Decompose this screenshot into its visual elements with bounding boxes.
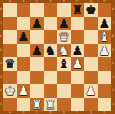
- square-e8[interactable]: [57, 3, 71, 17]
- square-e2[interactable]: [57, 84, 71, 98]
- coord-rank-6-left: 6: [0, 35, 2, 38]
- square-d3[interactable]: [44, 71, 58, 85]
- square-b2[interactable]: ♟: [17, 84, 31, 98]
- coord-file-f-top: f: [77, 0, 78, 3]
- coord-file-g-bottom: g: [90, 111, 92, 114]
- square-d2[interactable]: [44, 84, 58, 98]
- square-h1[interactable]: [98, 98, 112, 112]
- piece-black-pawn-c5[interactable]: ♟: [31, 44, 42, 58]
- coord-rank-4-right: 4: [112, 62, 114, 65]
- square-g4[interactable]: [84, 57, 98, 71]
- coord-file-b-top: b: [23, 0, 25, 3]
- piece-black-pawn-e7[interactable]: ♟: [58, 17, 69, 31]
- piece-black-queen-a4[interactable]: ♛: [4, 57, 15, 71]
- square-b4[interactable]: [17, 57, 31, 71]
- square-c2[interactable]: [30, 84, 44, 98]
- square-a5[interactable]: [3, 44, 17, 58]
- square-h3[interactable]: [98, 71, 112, 85]
- coord-rank-5-left: 5: [0, 49, 2, 52]
- square-g1[interactable]: [84, 98, 98, 112]
- coord-rank-2-left: 2: [0, 89, 2, 92]
- square-d8[interactable]: [44, 3, 58, 17]
- square-b8[interactable]: [17, 3, 31, 17]
- square-d7[interactable]: [44, 17, 58, 31]
- coord-file-e-bottom: e: [63, 111, 65, 114]
- square-f3[interactable]: [71, 71, 85, 85]
- piece-white-pawn-h5[interactable]: ♟: [99, 44, 110, 58]
- coord-rank-7-right: 7: [112, 22, 114, 25]
- square-c7[interactable]: ♟: [30, 17, 44, 31]
- square-e5[interactable]: ♞: [57, 44, 71, 58]
- square-e3[interactable]: [57, 71, 71, 85]
- piece-white-king-a2[interactable]: ♚: [4, 84, 15, 98]
- coord-rank-4-left: 4: [0, 62, 2, 65]
- square-b3[interactable]: [17, 71, 31, 85]
- coord-file-d-top: d: [50, 0, 52, 3]
- square-d5[interactable]: ♞: [44, 44, 58, 58]
- piece-white-pawn-g2[interactable]: ♟: [85, 84, 96, 98]
- coord-rank-3-right: 3: [112, 76, 114, 79]
- piece-white-queen-e6[interactable]: ♛: [58, 30, 69, 44]
- square-a1[interactable]: [3, 98, 17, 112]
- square-b7[interactable]: [17, 17, 31, 31]
- square-a6[interactable]: [3, 30, 17, 44]
- coord-rank-8-left: 8: [0, 8, 2, 11]
- piece-black-rook-f8[interactable]: ♜: [72, 3, 83, 17]
- coord-rank-5-right: 5: [112, 49, 114, 52]
- square-c1[interactable]: ♜: [30, 98, 44, 112]
- square-e6[interactable]: ♛: [57, 30, 71, 44]
- square-g7[interactable]: [84, 17, 98, 31]
- piece-white-bishop-h6[interactable]: ♝: [99, 30, 110, 44]
- coord-rank-1-left: 1: [0, 103, 2, 106]
- square-h5[interactable]: ♟: [98, 44, 112, 58]
- square-h6[interactable]: ♝: [98, 30, 112, 44]
- square-a7[interactable]: [3, 17, 17, 31]
- coord-file-d-bottom: d: [50, 111, 52, 114]
- coord-rank-1-right: 1: [112, 103, 114, 106]
- square-b5[interactable]: [17, 44, 31, 58]
- square-h8[interactable]: [98, 3, 112, 17]
- square-c5[interactable]: ♟: [30, 44, 44, 58]
- piece-black-pawn-f5[interactable]: ♟: [72, 44, 83, 58]
- coord-file-c-top: c: [36, 0, 38, 3]
- square-f2[interactable]: [71, 84, 85, 98]
- piece-black-bishop-e4[interactable]: ♝: [58, 57, 69, 71]
- coord-rank-3-left: 3: [0, 76, 2, 79]
- square-g2[interactable]: ♟: [84, 84, 98, 98]
- coord-rank-2-right: 2: [112, 89, 114, 92]
- coord-file-c-bottom: c: [36, 111, 38, 114]
- piece-black-knight-d5[interactable]: ♞: [45, 44, 56, 58]
- square-d4[interactable]: [44, 57, 58, 71]
- square-a8[interactable]: [3, 3, 17, 17]
- square-f1[interactable]: [71, 98, 85, 112]
- square-d1[interactable]: ♜: [44, 98, 58, 112]
- square-g5[interactable]: [84, 44, 98, 58]
- square-a4[interactable]: ♛: [3, 57, 17, 71]
- square-f7[interactable]: [71, 17, 85, 31]
- piece-black-pawn-h7[interactable]: ♟: [99, 17, 110, 31]
- square-g3[interactable]: [84, 71, 98, 85]
- piece-white-rook-c1[interactable]: ♜: [31, 98, 42, 112]
- square-b6[interactable]: ♟: [17, 30, 31, 44]
- coord-rank-8-right: 8: [112, 8, 114, 11]
- square-a2[interactable]: ♚: [3, 84, 17, 98]
- square-h4[interactable]: [98, 57, 112, 71]
- coord-file-e-top: e: [63, 0, 65, 3]
- square-g6[interactable]: [84, 30, 98, 44]
- square-f8[interactable]: ♜: [71, 3, 85, 17]
- square-f4[interactable]: ♟: [71, 57, 85, 71]
- coord-file-b-bottom: b: [23, 111, 25, 114]
- coord-rank-6-right: 6: [112, 35, 114, 38]
- square-a3[interactable]: [3, 71, 17, 85]
- piece-white-knight-e5[interactable]: ♞: [58, 44, 69, 58]
- square-b1[interactable]: [17, 98, 31, 112]
- chessboard-screenshot: ♜♚♟♟♟♟♛♝♟♞♞♟♟♛♝♟♚♟♟♜♜ aabbccddeeffgghh88…: [0, 0, 115, 114]
- square-h2[interactable]: [98, 84, 112, 98]
- square-e1[interactable]: [57, 98, 71, 112]
- square-h7[interactable]: ♟: [98, 17, 112, 31]
- coord-file-a-bottom: a: [9, 111, 11, 114]
- coord-file-h-top: h: [104, 0, 106, 3]
- square-c8[interactable]: [30, 3, 44, 17]
- square-d6[interactable]: [44, 30, 58, 44]
- piece-black-pawn-b6[interactable]: ♟: [18, 30, 29, 44]
- coord-file-f-bottom: f: [77, 111, 78, 114]
- square-e7[interactable]: ♟: [57, 17, 71, 31]
- coord-file-h-bottom: h: [104, 111, 106, 114]
- square-g8[interactable]: ♚: [84, 3, 98, 17]
- coord-file-g-top: g: [90, 0, 92, 3]
- piece-white-pawn-b2[interactable]: ♟: [18, 84, 29, 98]
- piece-black-pawn-c7[interactable]: ♟: [31, 17, 42, 31]
- square-f6[interactable]: [71, 30, 85, 44]
- square-e4[interactable]: ♝: [57, 57, 71, 71]
- coord-rank-7-left: 7: [0, 22, 2, 25]
- piece-white-pawn-f4[interactable]: ♟: [72, 57, 83, 71]
- square-f5[interactable]: ♟: [71, 44, 85, 58]
- chess-board[interactable]: ♜♚♟♟♟♟♛♝♟♞♞♟♟♛♝♟♚♟♟♜♜: [3, 3, 111, 111]
- square-c6[interactable]: [30, 30, 44, 44]
- square-c3[interactable]: [30, 71, 44, 85]
- square-c4[interactable]: [30, 57, 44, 71]
- piece-white-rook-d1[interactable]: ♜: [45, 98, 56, 112]
- coord-file-a-top: a: [9, 0, 11, 3]
- piece-black-king-g8[interactable]: ♚: [85, 3, 96, 17]
